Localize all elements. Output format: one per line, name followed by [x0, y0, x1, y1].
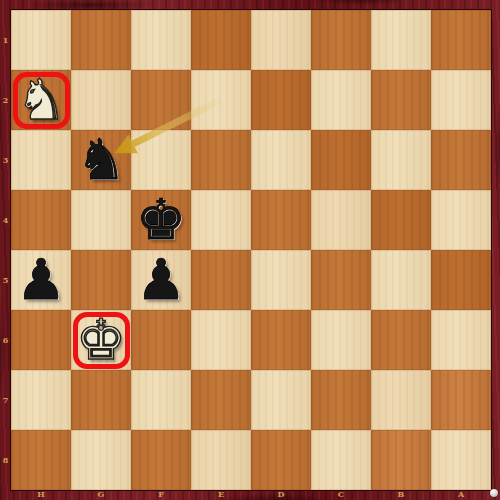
square-c8[interactable]	[311, 430, 371, 490]
black-pawn-h5[interactable]: ♟	[11, 250, 71, 310]
square-d3[interactable]	[251, 130, 311, 190]
square-h2[interactable]: ♞	[11, 70, 71, 130]
square-e5[interactable]	[191, 250, 251, 310]
square-c2[interactable]	[311, 70, 371, 130]
square-g6[interactable]: ♚	[71, 310, 131, 370]
square-h6[interactable]	[11, 310, 71, 370]
file-label-c: C	[311, 489, 371, 500]
board-frame: ♞♞♚♟♟♚ 12345678 HGFEDCBA	[0, 0, 500, 500]
square-g2[interactable]	[71, 70, 131, 130]
rank-label-2: 2	[0, 70, 11, 130]
black-pawn-f5[interactable]: ♟	[131, 250, 191, 310]
square-d8[interactable]	[251, 430, 311, 490]
square-d7[interactable]	[251, 370, 311, 430]
square-b8[interactable]	[371, 430, 431, 490]
square-f1[interactable]	[131, 10, 191, 70]
square-h3[interactable]	[11, 130, 71, 190]
square-c4[interactable]	[311, 190, 371, 250]
square-a4[interactable]	[431, 190, 491, 250]
square-f7[interactable]	[131, 370, 191, 430]
corner-marker-icon	[490, 489, 498, 497]
square-e1[interactable]	[191, 10, 251, 70]
square-b6[interactable]	[371, 310, 431, 370]
square-f2[interactable]	[131, 70, 191, 130]
file-label-h: H	[11, 489, 71, 500]
square-a8[interactable]	[431, 430, 491, 490]
file-label-f: F	[131, 489, 191, 500]
square-e6[interactable]	[191, 310, 251, 370]
square-f5[interactable]: ♟	[131, 250, 191, 310]
rank-label-5: 5	[0, 250, 11, 310]
black-king-f4[interactable]: ♚	[131, 190, 191, 250]
square-c3[interactable]	[311, 130, 371, 190]
square-h5[interactable]: ♟	[11, 250, 71, 310]
rank-label-4: 4	[0, 190, 11, 250]
square-g1[interactable]	[71, 10, 131, 70]
square-a1[interactable]	[431, 10, 491, 70]
square-c1[interactable]	[311, 10, 371, 70]
square-h1[interactable]	[11, 10, 71, 70]
square-h4[interactable]	[11, 190, 71, 250]
square-b7[interactable]	[371, 370, 431, 430]
square-a6[interactable]	[431, 310, 491, 370]
square-d4[interactable]	[251, 190, 311, 250]
file-label-a: A	[431, 489, 491, 500]
square-e3[interactable]	[191, 130, 251, 190]
square-b2[interactable]	[371, 70, 431, 130]
square-e7[interactable]	[191, 370, 251, 430]
file-label-d: D	[251, 489, 311, 500]
file-label-g: G	[71, 489, 131, 500]
square-b4[interactable]	[371, 190, 431, 250]
square-d5[interactable]	[251, 250, 311, 310]
rank-label-3: 3	[0, 130, 11, 190]
square-a5[interactable]	[431, 250, 491, 310]
square-e4[interactable]	[191, 190, 251, 250]
rank-label-6: 6	[0, 310, 11, 370]
file-label-e: E	[191, 489, 251, 500]
square-b1[interactable]	[371, 10, 431, 70]
square-g3[interactable]: ♞	[71, 130, 131, 190]
square-g5[interactable]	[71, 250, 131, 310]
white-knight-h2[interactable]: ♞	[11, 70, 71, 130]
square-g4[interactable]	[71, 190, 131, 250]
rank-label-1: 1	[0, 10, 11, 70]
square-a7[interactable]	[431, 370, 491, 430]
square-g7[interactable]	[71, 370, 131, 430]
square-f8[interactable]	[131, 430, 191, 490]
square-b3[interactable]	[371, 130, 431, 190]
rank-label-7: 7	[0, 370, 11, 430]
square-d2[interactable]	[251, 70, 311, 130]
square-c5[interactable]	[311, 250, 371, 310]
square-f4[interactable]: ♚	[131, 190, 191, 250]
square-a3[interactable]	[431, 130, 491, 190]
square-h8[interactable]	[11, 430, 71, 490]
square-f3[interactable]	[131, 130, 191, 190]
square-c6[interactable]	[311, 310, 371, 370]
square-f6[interactable]	[131, 310, 191, 370]
square-c7[interactable]	[311, 370, 371, 430]
black-knight-g3[interactable]: ♞	[71, 130, 131, 190]
chess-board: ♞♞♚♟♟♚	[11, 10, 491, 490]
square-d6[interactable]	[251, 310, 311, 370]
rank-label-8: 8	[0, 430, 11, 490]
square-e2[interactable]	[191, 70, 251, 130]
white-king-g6[interactable]: ♚	[71, 310, 131, 370]
square-b5[interactable]	[371, 250, 431, 310]
square-h7[interactable]	[11, 370, 71, 430]
square-e8[interactable]	[191, 430, 251, 490]
file-label-b: B	[371, 489, 431, 500]
square-d1[interactable]	[251, 10, 311, 70]
square-a2[interactable]	[431, 70, 491, 130]
square-g8[interactable]	[71, 430, 131, 490]
